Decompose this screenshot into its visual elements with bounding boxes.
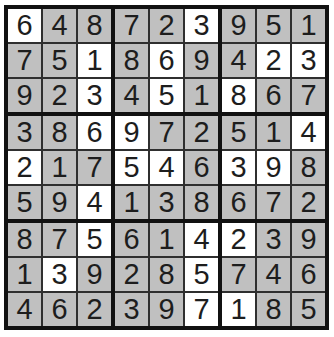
sudoku-cell-r2c2: 5 [43,44,76,77]
sudoku-cell-r6c4: 1 [115,186,148,219]
sudoku-cell-r5c8: 9 [257,151,290,184]
sudoku-cell-r2c6: 9 [185,44,218,77]
sudoku-cell-r5c7: 3 [222,151,255,184]
sudoku-cell-r4c2: 8 [43,116,76,149]
sudoku-cell-r4c7: 5 [222,116,255,149]
sudoku-cell-r8c5: 8 [150,258,183,291]
sudoku-cell-r6c5: 3 [150,186,183,219]
sudoku-cell-r5c1: 2 [8,151,41,184]
sudoku-cell-r8c4: 2 [115,258,148,291]
sudoku-cell-r7c2: 7 [43,223,76,256]
sudoku-cell-r6c6: 8 [185,186,218,219]
sudoku-cell-r1c6: 3 [185,9,218,42]
sudoku-board: 6487239517518694239234518673869725142175… [4,5,329,330]
sudoku-cell-r7c7: 2 [222,223,255,256]
sudoku-cell-r9c2: 6 [43,293,76,326]
sudoku-cell-r8c6: 5 [185,258,218,291]
sudoku-cell-r7c3: 5 [78,223,111,256]
sudoku-cell-r7c1: 8 [8,223,41,256]
sudoku-cell-r3c4: 4 [115,79,148,112]
sudoku-cell-r3c3: 3 [78,79,111,112]
sudoku-cell-r6c1: 5 [8,186,41,219]
sudoku-cell-r2c4: 8 [115,44,148,77]
sudoku-cell-r7c6: 4 [185,223,218,256]
sudoku-cell-r6c8: 7 [257,186,290,219]
sudoku-cell-r8c8: 4 [257,258,290,291]
sudoku-cell-r7c8: 3 [257,223,290,256]
sudoku-cell-r7c9: 9 [292,223,325,256]
sudoku-cell-r9c3: 2 [78,293,111,326]
sudoku-cell-r2c7: 4 [222,44,255,77]
sudoku-cell-r1c8: 5 [257,9,290,42]
sudoku-cell-r5c4: 5 [115,151,148,184]
sudoku-cell-r8c1: 1 [8,258,41,291]
sudoku-cell-r9c8: 8 [257,293,290,326]
sudoku-cell-r1c4: 7 [115,9,148,42]
sudoku-cell-r4c3: 6 [78,116,111,149]
sudoku-cell-r1c2: 4 [43,9,76,42]
sudoku-cell-r4c6: 2 [185,116,218,149]
sudoku-cell-r4c8: 1 [257,116,290,149]
sudoku-cell-r1c5: 2 [150,9,183,42]
sudoku-cell-r6c3: 4 [78,186,111,219]
sudoku-cell-r5c3: 7 [78,151,111,184]
sudoku-cell-r9c9: 5 [292,293,325,326]
sudoku-cell-r7c4: 6 [115,223,148,256]
sudoku-cell-r9c4: 3 [115,293,148,326]
sudoku-cell-r5c9: 8 [292,151,325,184]
sudoku-cell-r1c7: 9 [222,9,255,42]
sudoku-cell-r3c7: 8 [222,79,255,112]
sudoku-cell-r9c7: 1 [222,293,255,326]
sudoku-cell-r4c9: 4 [292,116,325,149]
sudoku-cell-r6c7: 6 [222,186,255,219]
sudoku-cell-r4c1: 3 [8,116,41,149]
sudoku-cell-r8c7: 7 [222,258,255,291]
sudoku-cell-r2c5: 6 [150,44,183,77]
sudoku-cell-r6c2: 9 [43,186,76,219]
sudoku-cell-r5c2: 1 [43,151,76,184]
sudoku-cell-r4c4: 9 [115,116,148,149]
sudoku-cell-r3c2: 2 [43,79,76,112]
sudoku-cell-r7c5: 1 [150,223,183,256]
sudoku-cell-r8c2: 3 [43,258,76,291]
sudoku-cell-r9c6: 7 [185,293,218,326]
sudoku-cell-r2c1: 7 [8,44,41,77]
sudoku-cell-r5c6: 6 [185,151,218,184]
sudoku-cell-r2c8: 2 [257,44,290,77]
sudoku-cell-r1c1: 6 [8,9,41,42]
sudoku-cell-r3c6: 1 [185,79,218,112]
sudoku-cell-r1c9: 1 [292,9,325,42]
sudoku-cell-r4c5: 7 [150,116,183,149]
sudoku-cell-r8c9: 6 [292,258,325,291]
sudoku-cell-r8c3: 9 [78,258,111,291]
sudoku-cell-r3c9: 7 [292,79,325,112]
sudoku-cell-r3c5: 5 [150,79,183,112]
sudoku-cell-r9c5: 9 [150,293,183,326]
sudoku-cell-r2c9: 3 [292,44,325,77]
sudoku-cell-r2c3: 1 [78,44,111,77]
sudoku-cell-r9c1: 4 [8,293,41,326]
sudoku-cell-r5c5: 4 [150,151,183,184]
sudoku-cell-r3c8: 6 [257,79,290,112]
sudoku-cell-r6c9: 2 [292,186,325,219]
sudoku-cell-r1c3: 8 [78,9,111,42]
sudoku-cell-r3c1: 9 [8,79,41,112]
